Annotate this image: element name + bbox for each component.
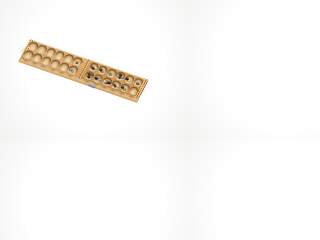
mancala-board — [20, 39, 149, 99]
stone — [75, 61, 79, 65]
photo-stage — [0, 0, 189, 140]
stone — [135, 82, 139, 86]
stone — [116, 84, 120, 88]
